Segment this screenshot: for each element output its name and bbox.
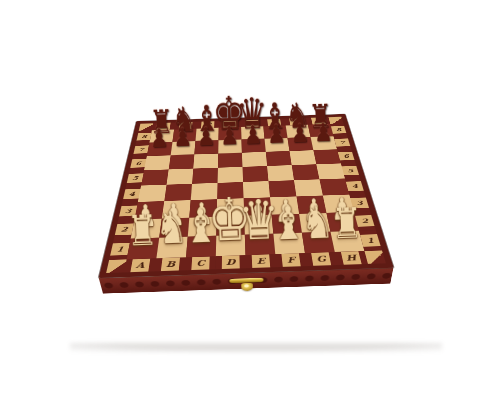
rank-label-right-6: 6 bbox=[337, 149, 355, 164]
board-stage: ABCDEFGH8♜♞♝♚♛♝♞♜87♟♟♟♟♟♟♟♟7665544332♟♟♟… bbox=[117, 56, 370, 309]
square-c5 bbox=[192, 168, 218, 184]
square-b7: ♟ bbox=[171, 141, 196, 155]
square-f8: ♝ bbox=[263, 126, 287, 139]
piece-dark-bishop-f8: ♝ bbox=[261, 100, 289, 134]
rank-label-right-3: 3 bbox=[349, 194, 370, 212]
file-label-front-g: G bbox=[305, 252, 337, 266]
square-a7: ♟ bbox=[147, 142, 173, 156]
square-c7: ♟ bbox=[194, 140, 218, 154]
square-a5 bbox=[141, 169, 169, 185]
rank-label-right-8: 8 bbox=[330, 124, 347, 137]
square-f3 bbox=[270, 196, 299, 214]
square-d4 bbox=[217, 182, 243, 199]
square-g2: ♟ bbox=[299, 213, 330, 233]
square-e5 bbox=[242, 166, 268, 182]
square-a6 bbox=[144, 155, 171, 170]
square-f7: ♟ bbox=[265, 138, 290, 152]
square-e8: ♛ bbox=[241, 126, 264, 139]
square-h5 bbox=[316, 163, 345, 179]
square-d8: ♚ bbox=[218, 127, 241, 140]
clasp-shield bbox=[241, 283, 253, 291]
square-f4 bbox=[268, 180, 296, 197]
rank-label-right-4: 4 bbox=[345, 178, 365, 195]
square-c4 bbox=[191, 183, 218, 200]
square-h4 bbox=[319, 178, 349, 195]
file-label-front-d: D bbox=[216, 255, 246, 269]
rank-label-right-5: 5 bbox=[341, 163, 360, 179]
square-b6 bbox=[169, 154, 195, 169]
square-b4 bbox=[164, 184, 192, 201]
square-a3 bbox=[134, 201, 164, 220]
square-g8: ♞ bbox=[286, 125, 311, 138]
square-a2: ♟ bbox=[131, 219, 162, 239]
square-d1: ♚ bbox=[216, 235, 246, 257]
square-b8: ♞ bbox=[172, 129, 196, 142]
square-f1: ♝ bbox=[273, 233, 305, 254]
file-label-front-a: A bbox=[124, 258, 156, 272]
square-g1: ♞ bbox=[302, 232, 335, 253]
square-h7: ♟ bbox=[311, 136, 338, 150]
chess-board: ABCDEFGH8♜♞♝♚♛♝♞♜87♟♟♟♟♟♟♟♟7665544332♟♟♟… bbox=[99, 114, 394, 278]
square-a1: ♜ bbox=[127, 238, 160, 260]
square-c3 bbox=[189, 199, 217, 218]
square-d7: ♟ bbox=[218, 139, 242, 153]
file-label-front-e: E bbox=[246, 254, 277, 268]
square-f5 bbox=[267, 165, 294, 181]
square-b3 bbox=[162, 200, 191, 219]
square-f2: ♟ bbox=[272, 214, 302, 234]
square-a4 bbox=[138, 185, 167, 202]
square-e7: ♟ bbox=[242, 139, 266, 153]
square-d3 bbox=[217, 198, 244, 216]
frame-corner bbox=[364, 250, 385, 263]
square-b1: ♞ bbox=[156, 237, 187, 259]
square-e3 bbox=[244, 197, 272, 215]
square-g7: ♟ bbox=[288, 137, 314, 151]
square-h6 bbox=[313, 149, 341, 164]
square-b5 bbox=[167, 169, 194, 185]
square-e4 bbox=[243, 181, 270, 198]
square-e6 bbox=[242, 152, 267, 167]
rank-label-right-7: 7 bbox=[334, 136, 352, 150]
square-d2: ♟ bbox=[216, 216, 245, 236]
square-g3 bbox=[296, 196, 326, 214]
square-g6 bbox=[290, 150, 317, 165]
rank-label-right-2: 2 bbox=[354, 211, 376, 230]
file-label-front-b: B bbox=[155, 257, 187, 271]
square-c1: ♝ bbox=[186, 236, 216, 258]
square-e2: ♟ bbox=[244, 215, 273, 235]
square-b2: ♟ bbox=[159, 218, 189, 238]
square-g5 bbox=[292, 164, 320, 180]
floor-shadow bbox=[70, 343, 442, 352]
square-g4 bbox=[294, 179, 323, 196]
square-e1: ♛ bbox=[245, 234, 275, 255]
brass-clasp bbox=[227, 278, 266, 294]
perspective-scene: ABCDEFGH8♜♞♝♚♛♝♞♜87♟♟♟♟♟♟♟♟7665544332♟♟♟… bbox=[117, 56, 370, 309]
square-f6 bbox=[266, 151, 292, 166]
square-d5 bbox=[218, 167, 243, 183]
square-d6 bbox=[218, 153, 243, 168]
board-grid: ABCDEFGH8♜♞♝♚♛♝♞♜87♟♟♟♟♟♟♟♟7665544332♟♟♟… bbox=[106, 117, 386, 273]
square-h8: ♜ bbox=[308, 124, 334, 137]
square-c6 bbox=[193, 154, 218, 169]
square-a8: ♜ bbox=[149, 129, 174, 142]
piece-dark-bishop-c8: ♝ bbox=[193, 102, 221, 136]
piece-dark-knight-g8: ♞ bbox=[284, 100, 310, 132]
file-label-front-f: F bbox=[275, 253, 307, 267]
file-label-front-c: C bbox=[185, 256, 216, 270]
file-label-front-h: H bbox=[335, 251, 368, 265]
square-c8: ♝ bbox=[195, 128, 218, 141]
square-c2: ♟ bbox=[188, 217, 217, 237]
chess-set-photo: ABCDEFGH8♜♞♝♚♛♝♞♜87♟♟♟♟♟♟♟♟7665544332♟♟♟… bbox=[0, 0, 500, 400]
piece-dark-knight-b8: ♞ bbox=[171, 104, 197, 136]
